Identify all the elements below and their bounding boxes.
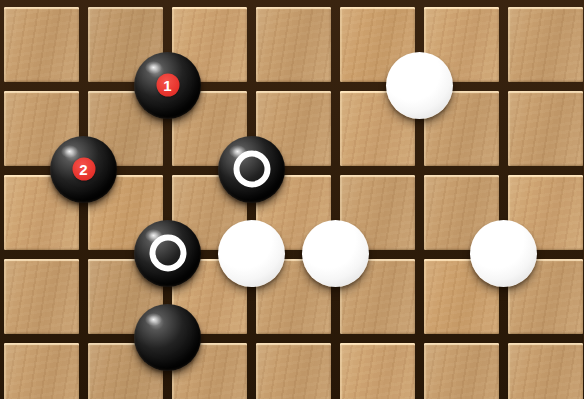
black-stone[interactable]: 1 [134, 52, 201, 119]
gomoku-board[interactable]: 12 [0, 0, 584, 399]
circle-marker-icon [149, 235, 186, 272]
black-stone[interactable] [218, 136, 285, 203]
white-stone[interactable] [470, 220, 537, 287]
black-stone[interactable] [134, 220, 201, 287]
white-stone[interactable] [302, 220, 369, 287]
black-stone[interactable]: 2 [50, 136, 117, 203]
white-stone[interactable] [386, 52, 453, 119]
stones-layer: 12 [0, 0, 584, 399]
move-number-badge: 2 [72, 158, 95, 181]
white-stone[interactable] [218, 220, 285, 287]
move-number-badge: 1 [156, 74, 179, 97]
black-stone[interactable] [134, 304, 201, 371]
circle-marker-icon [233, 151, 270, 188]
